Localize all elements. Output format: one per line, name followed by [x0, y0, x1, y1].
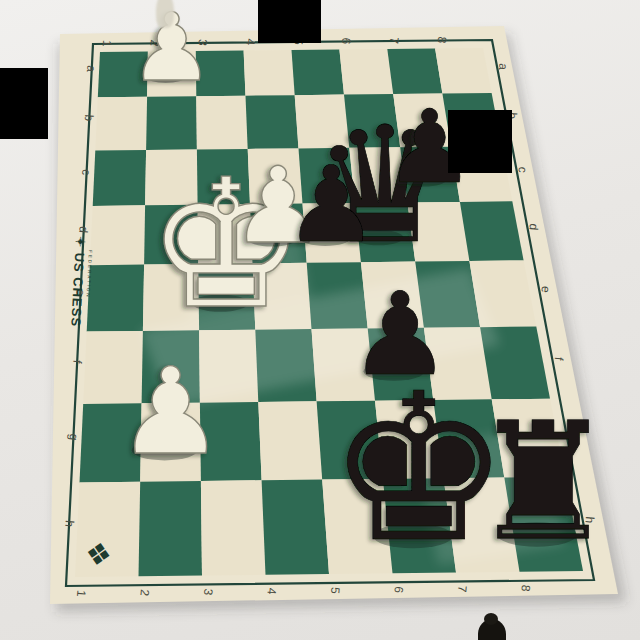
redaction-box-1: [258, 0, 321, 43]
square-a8: [435, 48, 492, 94]
file-label-left-g: g: [66, 433, 81, 441]
file-label-left-h: h: [62, 520, 77, 528]
file-label-left-d: d: [76, 226, 91, 234]
piece-black-pawn-d5: ♟: [284, 143, 378, 266]
square-g4: [258, 401, 322, 480]
piece-black-pawn-f6: ♟: [349, 268, 452, 401]
square-h4: [262, 480, 329, 575]
piece-black-rook-h8: ♜: [470, 388, 615, 576]
file-label-left-c: c: [79, 169, 93, 176]
offboard-white-piece: [156, 0, 174, 28]
redaction-box-2: [0, 68, 48, 139]
corner-diamond-logo: ❖: [80, 538, 117, 570]
square-a5: [292, 50, 345, 96]
square-a4: [244, 50, 295, 96]
redaction-box-3: [448, 110, 512, 173]
square-b1: [95, 97, 147, 151]
square-a7: [387, 49, 442, 95]
file-label-right-d: d: [526, 223, 541, 231]
file-label-right-c: c: [516, 166, 530, 173]
board-svg: 1122334455667788aabbccddeeffgghh✦ US CHE…: [0, 0, 640, 640]
square-h3: [201, 480, 266, 575]
square-c1: [93, 150, 146, 206]
square-h2: [139, 481, 203, 576]
piece-white-pawn-g2: ♟: [117, 342, 224, 481]
square-e1: [87, 265, 144, 332]
square-d1: [90, 205, 145, 265]
chess-board-photo: 1122334455667788aabbccddeeffgghh✦ US CHE…: [0, 0, 640, 640]
